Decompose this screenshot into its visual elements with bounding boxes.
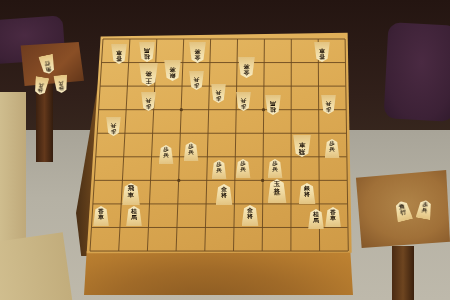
piece-hand-black-pawn[interactable]: 歩兵 bbox=[415, 199, 433, 220]
piece-hand-white-pawn-1[interactable]: 歩兵 bbox=[33, 76, 50, 96]
piece-pawn-3f[interactable]: 歩兵 bbox=[268, 159, 283, 178]
piece-pawn-5f[interactable]: 歩兵 bbox=[212, 160, 227, 179]
piece-knight-8a[interactable]: 桂馬 bbox=[139, 42, 155, 62]
piece-pawn-4f[interactable]: 歩兵 bbox=[236, 159, 251, 178]
piece-gold-4h[interactable]: 金将 bbox=[242, 205, 259, 226]
piece-pawn-5c[interactable]: 歩兵 bbox=[211, 84, 226, 103]
piece-pawn-4c[interactable]: 歩兵 bbox=[236, 92, 251, 111]
piece-rook-2e[interactable]: 飛車 bbox=[293, 135, 311, 157]
piece-silver-7b[interactable]: 銀将 bbox=[164, 60, 181, 81]
piece-knight-8i[interactable]: 桂馬 bbox=[126, 206, 142, 226]
piece-lance-1i[interactable]: 香車 bbox=[325, 207, 341, 227]
piece-hand-white-pawn-2[interactable]: 歩兵 bbox=[53, 74, 69, 93]
piece-pawn-1c[interactable]: 歩兵 bbox=[321, 95, 336, 114]
piece-king-3g[interactable]: 玉将錦旗作 bbox=[268, 179, 287, 203]
piece-knight-2i[interactable]: 桂馬 bbox=[308, 209, 324, 229]
piece-hand-white-bishop[interactable]: 角行 bbox=[38, 54, 57, 76]
piece-lance-9i[interactable]: 香車 bbox=[93, 206, 109, 226]
pieces-layer: 香車桂馬金将香車王将銀将金将歩兵歩兵歩兵歩兵桂馬歩兵歩兵飛車歩兵歩兵歩兵歩兵歩兵… bbox=[0, 0, 450, 300]
piece-gold-5g[interactable]: 金将 bbox=[216, 184, 233, 205]
piece-gold-6a[interactable]: 金将 bbox=[189, 42, 206, 63]
piece-lance-1a[interactable]: 香車 bbox=[314, 42, 330, 62]
piece-pawn-1e[interactable]: 歩兵 bbox=[325, 139, 340, 158]
piece-pawn-6e[interactable]: 歩兵 bbox=[184, 142, 199, 161]
piece-hand-black-bishop[interactable]: 角行 bbox=[393, 199, 413, 222]
piece-rook-8g[interactable]: 飛車 bbox=[122, 183, 140, 205]
piece-pawn-6c[interactable]: 歩兵 bbox=[189, 71, 204, 90]
piece-lance-9a[interactable]: 香車 bbox=[111, 44, 127, 64]
piece-pawn-7e[interactable]: 歩兵 bbox=[159, 145, 174, 164]
piece-king-8b[interactable]: 王将 bbox=[139, 63, 158, 86]
piece-knight-3c[interactable]: 桂馬 bbox=[265, 95, 281, 115]
piece-silver-2g[interactable]: 銀将 bbox=[299, 183, 316, 204]
piece-pawn-8c[interactable]: 歩兵 bbox=[141, 92, 156, 111]
piece-pawn-9d[interactable]: 歩兵 bbox=[106, 117, 121, 136]
piece-gold-5b[interactable]: 金将 bbox=[238, 57, 255, 78]
